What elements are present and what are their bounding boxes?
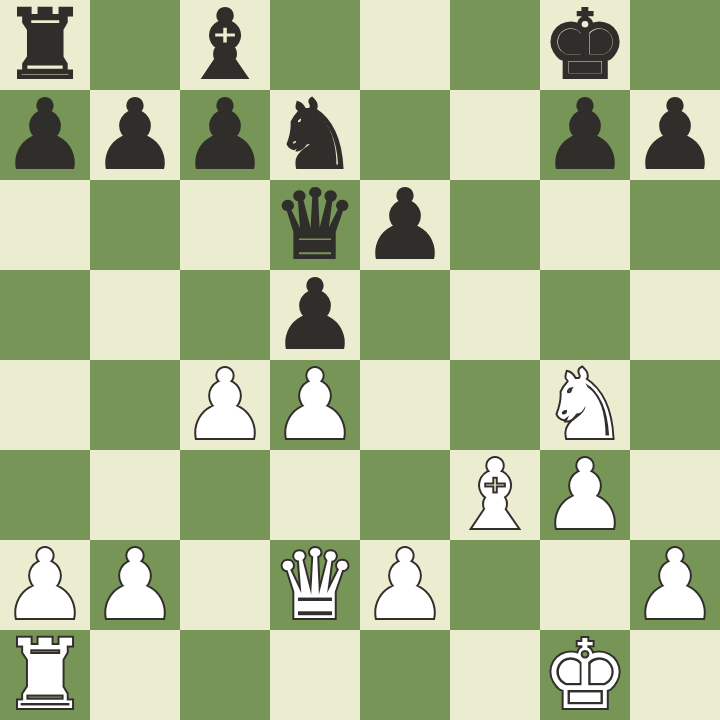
square-d5[interactable]: ♟ [270, 270, 360, 360]
square-b2[interactable]: ♟ [90, 540, 180, 630]
square-a8[interactable]: ♜ [0, 0, 90, 90]
square-a6[interactable] [0, 180, 90, 270]
square-h8[interactable] [630, 0, 720, 90]
square-a3[interactable] [0, 450, 90, 540]
piece-black-pawn[interactable]: ♟ [182, 90, 268, 180]
piece-white-rook[interactable]: ♜ [2, 630, 88, 720]
square-f5[interactable] [450, 270, 540, 360]
square-h1[interactable] [630, 630, 720, 720]
square-f1[interactable] [450, 630, 540, 720]
piece-white-pawn[interactable]: ♟ [182, 360, 268, 450]
square-b5[interactable] [90, 270, 180, 360]
piece-black-queen[interactable]: ♛ [272, 180, 358, 270]
square-e3[interactable] [360, 450, 450, 540]
square-h2[interactable]: ♟ [630, 540, 720, 630]
square-d4[interactable]: ♟ [270, 360, 360, 450]
piece-white-pawn[interactable]: ♟ [92, 540, 178, 630]
square-g7[interactable]: ♟ [540, 90, 630, 180]
square-a7[interactable]: ♟ [0, 90, 90, 180]
square-a4[interactable] [0, 360, 90, 450]
piece-white-pawn[interactable]: ♟ [632, 540, 718, 630]
square-g3[interactable]: ♟ [540, 450, 630, 540]
square-e2[interactable]: ♟ [360, 540, 450, 630]
square-g1[interactable]: ♚ [540, 630, 630, 720]
piece-black-pawn[interactable]: ♟ [542, 90, 628, 180]
piece-black-bishop[interactable]: ♝ [182, 0, 268, 90]
square-f8[interactable] [450, 0, 540, 90]
square-e6[interactable]: ♟ [360, 180, 450, 270]
square-b6[interactable] [90, 180, 180, 270]
square-g5[interactable] [540, 270, 630, 360]
square-f6[interactable] [450, 180, 540, 270]
square-e4[interactable] [360, 360, 450, 450]
square-c8[interactable]: ♝ [180, 0, 270, 90]
piece-black-king[interactable]: ♚ [542, 0, 628, 90]
piece-black-pawn[interactable]: ♟ [92, 90, 178, 180]
square-g4[interactable]: ♞ [540, 360, 630, 450]
piece-black-pawn[interactable]: ♟ [632, 90, 718, 180]
square-c7[interactable]: ♟ [180, 90, 270, 180]
square-h5[interactable] [630, 270, 720, 360]
piece-black-rook[interactable]: ♜ [2, 0, 88, 90]
piece-black-pawn[interactable]: ♟ [272, 270, 358, 360]
square-h7[interactable]: ♟ [630, 90, 720, 180]
square-e1[interactable] [360, 630, 450, 720]
piece-white-pawn[interactable]: ♟ [272, 360, 358, 450]
piece-black-pawn[interactable]: ♟ [362, 180, 448, 270]
square-a1[interactable]: ♜ [0, 630, 90, 720]
square-c5[interactable] [180, 270, 270, 360]
piece-white-bishop[interactable]: ♝ [452, 450, 538, 540]
piece-white-pawn[interactable]: ♟ [2, 540, 88, 630]
piece-black-knight[interactable]: ♞ [272, 90, 358, 180]
square-c3[interactable] [180, 450, 270, 540]
square-d7[interactable]: ♞ [270, 90, 360, 180]
square-g6[interactable] [540, 180, 630, 270]
chess-board: ♜♝♚♟♟♟♞♟♟♛♟♟♟♟♞♝♟♟♟♛♟♟♜♚ [0, 0, 720, 720]
square-f7[interactable] [450, 90, 540, 180]
square-a5[interactable] [0, 270, 90, 360]
square-d6[interactable]: ♛ [270, 180, 360, 270]
piece-white-knight[interactable]: ♞ [542, 360, 628, 450]
square-f3[interactable]: ♝ [450, 450, 540, 540]
square-g8[interactable]: ♚ [540, 0, 630, 90]
square-d1[interactable] [270, 630, 360, 720]
square-c2[interactable] [180, 540, 270, 630]
square-e5[interactable] [360, 270, 450, 360]
piece-white-king[interactable]: ♚ [542, 630, 628, 720]
square-g2[interactable] [540, 540, 630, 630]
square-d3[interactable] [270, 450, 360, 540]
square-b4[interactable] [90, 360, 180, 450]
square-h6[interactable] [630, 180, 720, 270]
square-c4[interactable]: ♟ [180, 360, 270, 450]
square-h3[interactable] [630, 450, 720, 540]
piece-white-queen[interactable]: ♛ [272, 540, 358, 630]
square-b7[interactable]: ♟ [90, 90, 180, 180]
square-d2[interactable]: ♛ [270, 540, 360, 630]
piece-black-pawn[interactable]: ♟ [2, 90, 88, 180]
square-h4[interactable] [630, 360, 720, 450]
square-a2[interactable]: ♟ [0, 540, 90, 630]
square-e8[interactable] [360, 0, 450, 90]
square-b1[interactable] [90, 630, 180, 720]
square-b8[interactable] [90, 0, 180, 90]
square-e7[interactable] [360, 90, 450, 180]
square-c1[interactable] [180, 630, 270, 720]
square-b3[interactable] [90, 450, 180, 540]
square-c6[interactable] [180, 180, 270, 270]
piece-white-pawn[interactable]: ♟ [542, 450, 628, 540]
square-f4[interactable] [450, 360, 540, 450]
square-d8[interactable] [270, 0, 360, 90]
piece-white-pawn[interactable]: ♟ [362, 540, 448, 630]
square-f2[interactable] [450, 540, 540, 630]
